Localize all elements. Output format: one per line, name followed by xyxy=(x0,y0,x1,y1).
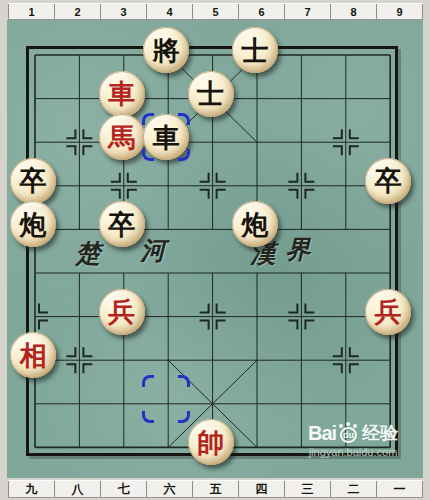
piece-red-horse[interactable]: 馬 xyxy=(99,114,145,160)
file-label: 一 xyxy=(377,481,423,497)
piece-red-chariot[interactable]: 車 xyxy=(99,71,145,117)
jingyan-logo-text: 经验 xyxy=(362,421,398,445)
file-label: 7 xyxy=(285,4,331,19)
piece-black-soldier[interactable]: 卒 xyxy=(99,201,145,247)
xiangqi-app-window: 123456789 楚 河 漢 界 將士車士馬車卒卒炮卒炮兵兵相帥 Bai du… xyxy=(0,0,430,500)
piece-black-soldier[interactable]: 卒 xyxy=(365,158,411,204)
file-label: 九 xyxy=(8,481,55,497)
baidu-watermark: Bai du 经验 jingyan.baidu.com xyxy=(289,421,417,458)
file-label: 六 xyxy=(147,481,193,497)
baidu-logo-text: Bai xyxy=(308,422,336,445)
piece-black-soldier[interactable]: 卒 xyxy=(10,158,56,204)
file-label: 6 xyxy=(239,4,285,19)
piece-black-advisor[interactable]: 士 xyxy=(232,27,278,73)
file-label: 四 xyxy=(239,481,285,497)
file-label: 五 xyxy=(193,481,239,497)
piece-red-elephant[interactable]: 相 xyxy=(10,332,56,378)
file-label: 2 xyxy=(55,4,101,19)
file-label: 1 xyxy=(8,4,55,19)
file-numbers-bottom: 九八七六五四三二一 xyxy=(8,480,423,498)
file-numbers-top: 123456789 xyxy=(8,3,423,20)
file-label: 八 xyxy=(55,481,101,497)
piece-red-general[interactable]: 帥 xyxy=(188,419,234,465)
file-label: 二 xyxy=(331,481,377,497)
baidu-paw-icon: du xyxy=(338,422,360,444)
file-label: 三 xyxy=(285,481,331,497)
file-label: 3 xyxy=(101,4,147,19)
watermark-url: jingyan.baidu.com xyxy=(289,446,417,458)
file-label: 9 xyxy=(377,4,423,19)
river-text: 楚 xyxy=(76,237,101,270)
river-text: 河 xyxy=(141,234,166,267)
piece-red-soldier[interactable]: 兵 xyxy=(365,289,411,335)
river-text: 界 xyxy=(286,233,311,266)
xiangqi-board[interactable]: 楚 河 漢 界 將士車士馬車卒卒炮卒炮兵兵相帥 Bai du 经验 jingya… xyxy=(7,20,423,478)
file-label: 5 xyxy=(193,4,239,19)
file-label: 七 xyxy=(101,481,147,497)
piece-red-soldier[interactable]: 兵 xyxy=(99,289,145,335)
piece-black-advisor[interactable]: 士 xyxy=(188,71,234,117)
file-label: 4 xyxy=(147,4,193,19)
file-label: 8 xyxy=(331,4,377,19)
piece-black-general[interactable]: 將 xyxy=(143,27,189,73)
